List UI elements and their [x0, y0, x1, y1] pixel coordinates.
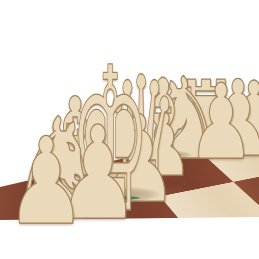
piece-pawn-right-front: ♟: [187, 70, 254, 174]
piece-pawn-front-left: ♟: [6, 122, 87, 242]
pieces-layer: ♟♞♟♝♚♟♛♟♝♞♜♟♟♟: [0, 0, 259, 259]
chess-set-product-photo: ♟♞♟♝♚♟♛♟♝♞♜♟♟♟: [0, 0, 259, 259]
